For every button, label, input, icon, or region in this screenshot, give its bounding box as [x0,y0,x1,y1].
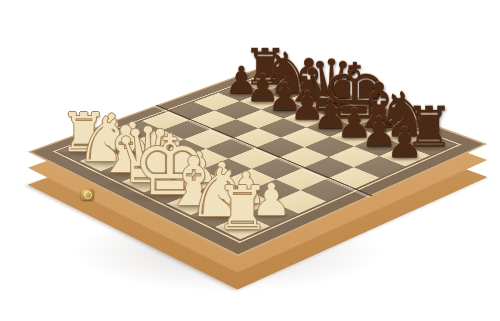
clasp-anchor [86,179,89,180]
brass-clasp-icon [81,189,94,200]
product-photo-scene: ♜♞♝♛♚♝♞♜♟♟♟♟♟♟♟♟♟♟♟♟♟♟♟♟♜♞♝♛♚♝♞♜ [0,0,500,321]
